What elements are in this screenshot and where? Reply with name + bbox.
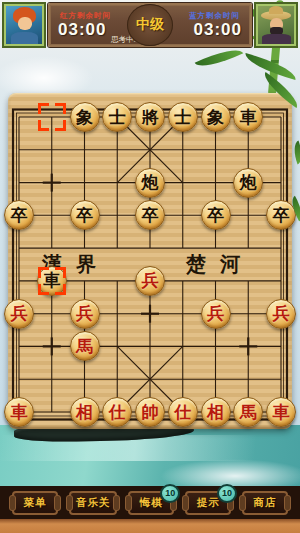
- piece-character: 炮: [240, 174, 257, 191]
- piece-black-r0c2[interactable]: 象: [70, 102, 100, 132]
- piece-character: 將: [142, 109, 159, 126]
- blue-player-avatar: [254, 2, 298, 48]
- piece-character: 車: [273, 404, 290, 421]
- piece-red-r9c5[interactable]: 仕: [168, 397, 198, 427]
- music-button[interactable]: 音乐关: [69, 491, 118, 515]
- hint-button-label: 提示: [197, 496, 220, 510]
- top-hud: 红方剩余时间 03:00 思考中... 中级 蓝方剩余时间 03:00: [0, 0, 300, 52]
- piece-red-r6c8[interactable]: 兵: [266, 299, 296, 329]
- bottom-toolbar: 菜单音乐关悔棋10提示10商店: [0, 486, 300, 519]
- blue-timer: 03:00: [194, 20, 242, 40]
- piece-character: 象: [207, 109, 224, 126]
- piece-character: 仕: [174, 404, 191, 421]
- piece-black-r0c4[interactable]: 將: [135, 102, 165, 132]
- piece-character: 兵: [142, 272, 159, 289]
- piece-character: 車: [43, 272, 60, 289]
- piece-black-r2c7[interactable]: 炮: [233, 168, 263, 198]
- piece-red-r6c2[interactable]: 兵: [70, 299, 100, 329]
- avatar-robe: [262, 34, 291, 44]
- piece-character: 相: [207, 404, 224, 421]
- piece-red-r9c6[interactable]: 相: [201, 397, 231, 427]
- blue-avatar-image: [258, 6, 294, 44]
- avatar-shirt: [11, 32, 38, 44]
- menu-button-label: 菜单: [24, 496, 47, 510]
- piece-character: 卒: [273, 207, 290, 224]
- piece-character: 仕: [109, 404, 126, 421]
- timer-panel: 红方剩余时间 03:00 思考中... 中级 蓝方剩余时间 03:00: [48, 3, 252, 47]
- undo-count-badge: 10: [160, 484, 180, 503]
- piece-character: 卒: [142, 207, 159, 224]
- piece-black-r5c1[interactable]: 車: [37, 266, 67, 296]
- shop-button[interactable]: 商店: [242, 491, 288, 515]
- piece-character: 兵: [11, 305, 28, 322]
- piece-character: 卒: [207, 207, 224, 224]
- difficulty-badge: 中级: [136, 16, 164, 34]
- avatar-hat-top: [269, 6, 283, 14]
- avatar-face: [18, 17, 32, 30]
- piece-black-r2c4[interactable]: 炮: [135, 168, 165, 198]
- piece-red-r9c4[interactable]: 帥: [135, 397, 165, 427]
- piece-character: 象: [76, 109, 93, 126]
- red-avatar-image: [6, 6, 42, 44]
- piece-character: 兵: [273, 305, 290, 322]
- piece-character: 帥: [142, 404, 159, 421]
- river-label-right: 楚河: [186, 251, 254, 278]
- piece-red-r9c0[interactable]: 車: [4, 397, 34, 427]
- shop-button-label: 商店: [254, 496, 277, 510]
- difficulty-emblem: 中级: [127, 4, 173, 46]
- piece-red-r6c0[interactable]: 兵: [4, 299, 34, 329]
- piece-red-r9c8[interactable]: 車: [266, 397, 296, 427]
- piece-character: 士: [109, 109, 126, 126]
- piece-character: 相: [76, 404, 93, 421]
- menu-button[interactable]: 菜单: [12, 491, 58, 515]
- undo-button-label: 悔棋: [140, 496, 163, 510]
- piece-red-r5c4[interactable]: 兵: [135, 266, 165, 296]
- music-button-label: 音乐关: [76, 496, 111, 510]
- piece-character: 車: [240, 109, 257, 126]
- hint-count-badge: 10: [217, 484, 237, 503]
- piece-character: 馬: [240, 404, 257, 421]
- piece-red-r6c6[interactable]: 兵: [201, 299, 231, 329]
- piece-character: 車: [11, 404, 28, 421]
- piece-character: 兵: [207, 305, 224, 322]
- piece-black-r3c2[interactable]: 卒: [70, 200, 100, 230]
- piece-character: 炮: [142, 174, 159, 191]
- game-screen: 红方剩余时间 03:00 思考中... 中级 蓝方剩余时间 03:00 漢界 楚…: [0, 0, 300, 533]
- xiangqi-board[interactable]: 漢界 楚河 象士將士象車炮炮卒卒卒卒卒車兵兵兵兵兵馬車相仕帥仕相馬車: [8, 93, 292, 429]
- piece-black-r0c5[interactable]: 士: [168, 102, 198, 132]
- piece-black-r3c6[interactable]: 卒: [201, 200, 231, 230]
- piece-black-r0c6[interactable]: 象: [201, 102, 231, 132]
- piece-character: 馬: [76, 338, 93, 355]
- piece-red-r7c2[interactable]: 馬: [70, 331, 100, 361]
- wood-floor: [0, 519, 300, 533]
- red-timer: 03:00: [58, 20, 106, 40]
- red-player-avatar: [2, 2, 46, 48]
- piece-character: 卒: [11, 207, 28, 224]
- hint-button[interactable]: 提示10: [185, 491, 231, 515]
- undo-button[interactable]: 悔棋10: [128, 491, 174, 515]
- piece-character: 卒: [76, 207, 93, 224]
- piece-red-r9c2[interactable]: 相: [70, 397, 100, 427]
- piece-character: 士: [174, 109, 191, 126]
- piece-character: 兵: [76, 305, 93, 322]
- water-background: [0, 425, 300, 487]
